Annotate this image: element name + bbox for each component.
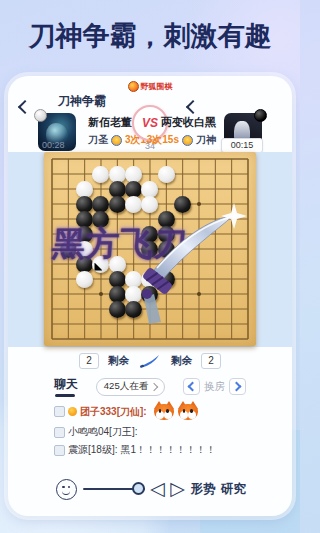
board-band: 黑方飞刀 [8,152,292,347]
chat-username: 震源[18级]: [68,443,117,457]
chat-username: 团子333[刀仙]: [80,405,147,419]
right-player-sub: 3次15s 刀神 [136,133,216,147]
black-stone-badge [254,109,267,122]
medal-icon [111,135,122,146]
fox-logo-icon [128,81,139,92]
fox-emoji [154,402,174,421]
right-player-name: 两变收白黑 [150,115,216,130]
bottom-toolbar: ◁ ▷ 形势 研究 [56,476,246,502]
black-stone [174,196,191,213]
tab-chat[interactable]: 聊天 [54,376,78,397]
white-stone [125,286,142,303]
left-player-name: 新佰老董 [88,115,132,130]
white-stone-badge [34,109,47,122]
chat-header: 聊天 425人在看 换房 [54,376,246,397]
fox-emoji [178,402,198,421]
level-badge-icon [54,406,65,417]
remaining-knives-row: 2 剩余 剩余 2 [8,353,292,369]
game-card: 野狐围棋 刀神争霸 新佰老董 刀圣 3次15s 00:28 VS 34 两变收白… [8,76,292,516]
black-stone [76,196,93,213]
white-stone [158,166,175,183]
black-stone [125,181,142,198]
app-logo-text: 野狐围棋 [141,81,173,92]
viewers-chevron-icon [150,382,158,390]
level-badge-icon [54,427,65,438]
black-stone [92,196,109,213]
back-button[interactable] [20,98,30,116]
left-player-title: 刀圣 [88,133,108,147]
left-remaining-label: 剩余 [108,354,129,368]
left-player-clock: 00:28 [42,140,65,150]
app-logo: 野狐围棋 [8,81,292,92]
go-board[interactable]: 黑方飞刀 [44,152,256,346]
white-stone [141,181,158,198]
chat-text: 黑1！！！！！！！！ [120,443,216,457]
prev-move-button[interactable]: ◁ [150,479,165,499]
medal-icon [182,135,193,146]
next-move-button[interactable]: ▷ [170,479,185,499]
chat-message: 团子333[刀仙]: [54,402,254,421]
room-switcher: 换房 [183,378,246,395]
white-stone [125,166,142,183]
vip-badge-icon [68,407,77,416]
chat-username: 小鸣鸣04[刀王]: [68,425,137,439]
collapse-button[interactable] [188,98,198,116]
black-stone [109,181,126,198]
white-stone [92,166,109,183]
black-stone [125,301,142,318]
chat-messages: 团子333[刀仙]:小鸣鸣04[刀王]:震源[18级]:黑1！！！！！！！！ [54,402,254,461]
collapse-chevron-icon [186,100,200,114]
slider-knob[interactable] [132,482,145,495]
white-stone [125,196,142,213]
level-badge-icon [54,445,65,456]
room-next-button[interactable] [229,378,246,395]
room-switch-label: 换房 [204,380,225,394]
board-watermark: 黑方飞刀 [50,222,253,267]
emoji-button[interactable] [56,479,77,500]
banner-title: 刀神争霸，刺激有趣 [0,18,300,54]
page-title: 刀神争霸 [58,93,106,110]
right-player-title: 刀神 [196,133,216,147]
black-stone [158,271,175,288]
viewers-pill[interactable]: 425人在看 [96,378,165,396]
black-stone [109,196,126,213]
black-stone [109,301,126,318]
chat-message: 小鸣鸣04[刀王]: [54,425,254,439]
right-remaining-count: 2 [201,353,221,369]
white-stone [76,271,93,288]
left-remaining-count: 2 [79,353,99,369]
knife-icon [138,354,162,368]
white-stone [141,271,158,288]
viewers-count: 425人在看 [104,380,148,393]
chevron-right-icon [232,382,242,392]
chat-message: 震源[18级]:黑1！！！！！！！！ [54,443,254,457]
right-player-clock: 00:15 [221,138,263,153]
black-stone [141,286,158,303]
chevron-left-icon [188,382,198,392]
situation-button[interactable]: 形势 [190,481,215,498]
black-stone [109,286,126,303]
progress-slider[interactable] [83,482,145,496]
white-stone [141,196,158,213]
white-stone [125,271,142,288]
right-remaining-label: 剩余 [171,354,192,368]
room-prev-button[interactable] [183,378,200,395]
right-time-control: 3次15s [147,133,179,147]
research-button[interactable]: 研究 [221,481,246,498]
white-stone [109,166,126,183]
white-stone [76,181,93,198]
back-chevron-icon [18,100,32,114]
black-stone [109,271,126,288]
